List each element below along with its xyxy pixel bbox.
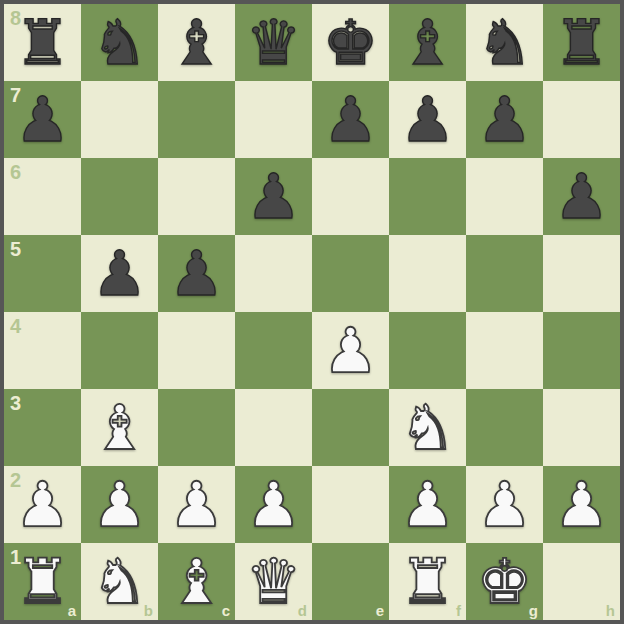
white-pawn-c2[interactable]: ♟: [169, 466, 225, 543]
square-e4[interactable]: ♟: [312, 312, 389, 389]
square-d6[interactable]: ♟: [235, 158, 312, 235]
white-queen-d1[interactable]: ♛: [246, 543, 302, 620]
white-knight-b1[interactable]: ♞: [92, 543, 148, 620]
square-f5[interactable]: [389, 235, 466, 312]
square-c8[interactable]: ♝: [158, 4, 235, 81]
square-e3[interactable]: [312, 389, 389, 466]
square-f4[interactable]: [389, 312, 466, 389]
white-bishop-c1[interactable]: ♝: [169, 543, 225, 620]
black-pawn-a7[interactable]: ♟: [15, 81, 71, 158]
square-a2[interactable]: 2♟: [4, 466, 81, 543]
square-c1[interactable]: c♝: [158, 543, 235, 620]
rank-label-4: 4: [10, 315, 21, 338]
white-pawn-e4[interactable]: ♟: [323, 312, 379, 389]
white-knight-f3[interactable]: ♞: [400, 389, 456, 466]
black-knight-b8[interactable]: ♞: [92, 4, 148, 81]
square-d1[interactable]: d♛: [235, 543, 312, 620]
square-b8[interactable]: ♞: [81, 4, 158, 81]
square-a8[interactable]: 8♜: [4, 4, 81, 81]
square-b2[interactable]: ♟: [81, 466, 158, 543]
square-h1[interactable]: h: [543, 543, 620, 620]
square-e7[interactable]: ♟: [312, 81, 389, 158]
square-c4[interactable]: [158, 312, 235, 389]
square-d7[interactable]: [235, 81, 312, 158]
square-d3[interactable]: [235, 389, 312, 466]
black-pawn-f7[interactable]: ♟: [400, 81, 456, 158]
square-g5[interactable]: [466, 235, 543, 312]
square-a4[interactable]: 4: [4, 312, 81, 389]
square-b3[interactable]: ♝: [81, 389, 158, 466]
square-b4[interactable]: [81, 312, 158, 389]
square-h7[interactable]: [543, 81, 620, 158]
file-label-h: h: [606, 602, 615, 619]
square-g3[interactable]: [466, 389, 543, 466]
square-c7[interactable]: [158, 81, 235, 158]
black-queen-d8[interactable]: ♛: [246, 4, 302, 81]
square-h2[interactable]: ♟: [543, 466, 620, 543]
black-pawn-d6[interactable]: ♟: [246, 158, 302, 235]
rank-label-3: 3: [10, 392, 21, 415]
square-g4[interactable]: [466, 312, 543, 389]
square-c2[interactable]: ♟: [158, 466, 235, 543]
black-pawn-h6[interactable]: ♟: [554, 158, 610, 235]
square-f6[interactable]: [389, 158, 466, 235]
square-a6[interactable]: 6: [4, 158, 81, 235]
square-f8[interactable]: ♝: [389, 4, 466, 81]
square-a1[interactable]: 1a♜: [4, 543, 81, 620]
file-label-e: e: [376, 602, 384, 619]
white-pawn-b2[interactable]: ♟: [92, 466, 148, 543]
white-pawn-h2[interactable]: ♟: [554, 466, 610, 543]
white-king-g1[interactable]: ♚: [477, 543, 533, 620]
square-a5[interactable]: 5: [4, 235, 81, 312]
black-pawn-c5[interactable]: ♟: [169, 235, 225, 312]
black-king-e8[interactable]: ♚: [323, 4, 379, 81]
chess-board-frame: 8♜♞♝♛♚♝♞♜7♟♟♟♟6♟♟5♟♟4♟3♝♞2♟♟♟♟♟♟♟1a♜b♞c♝…: [0, 0, 624, 624]
black-bishop-f8[interactable]: ♝: [400, 4, 456, 81]
square-a7[interactable]: 7♟: [4, 81, 81, 158]
square-e1[interactable]: e: [312, 543, 389, 620]
black-knight-g8[interactable]: ♞: [477, 4, 533, 81]
square-f1[interactable]: f♜: [389, 543, 466, 620]
square-b1[interactable]: b♞: [81, 543, 158, 620]
square-d8[interactable]: ♛: [235, 4, 312, 81]
square-b5[interactable]: ♟: [81, 235, 158, 312]
black-rook-h8[interactable]: ♜: [554, 4, 610, 81]
square-e6[interactable]: [312, 158, 389, 235]
square-g2[interactable]: ♟: [466, 466, 543, 543]
square-g1[interactable]: g♚: [466, 543, 543, 620]
square-h4[interactable]: [543, 312, 620, 389]
chess-board: 8♜♞♝♛♚♝♞♜7♟♟♟♟6♟♟5♟♟4♟3♝♞2♟♟♟♟♟♟♟1a♜b♞c♝…: [4, 4, 620, 620]
square-h5[interactable]: [543, 235, 620, 312]
white-rook-f1[interactable]: ♜: [400, 543, 456, 620]
black-pawn-b5[interactable]: ♟: [92, 235, 148, 312]
white-pawn-g2[interactable]: ♟: [477, 466, 533, 543]
square-b7[interactable]: [81, 81, 158, 158]
white-pawn-f2[interactable]: ♟: [400, 466, 456, 543]
rank-label-6: 6: [10, 161, 21, 184]
square-f2[interactable]: ♟: [389, 466, 466, 543]
white-rook-a1[interactable]: ♜: [15, 543, 71, 620]
square-d4[interactable]: [235, 312, 312, 389]
square-e5[interactable]: [312, 235, 389, 312]
square-h3[interactable]: [543, 389, 620, 466]
square-d2[interactable]: ♟: [235, 466, 312, 543]
square-g7[interactable]: ♟: [466, 81, 543, 158]
square-f7[interactable]: ♟: [389, 81, 466, 158]
square-b6[interactable]: [81, 158, 158, 235]
square-f3[interactable]: ♞: [389, 389, 466, 466]
square-g6[interactable]: [466, 158, 543, 235]
square-e8[interactable]: ♚: [312, 4, 389, 81]
rank-label-5: 5: [10, 238, 21, 261]
square-g8[interactable]: ♞: [466, 4, 543, 81]
black-pawn-e7[interactable]: ♟: [323, 81, 379, 158]
square-c6[interactable]: [158, 158, 235, 235]
white-pawn-a2[interactable]: ♟: [15, 466, 71, 543]
square-e2[interactable]: [312, 466, 389, 543]
black-pawn-g7[interactable]: ♟: [477, 81, 533, 158]
file-label-f: f: [456, 602, 461, 619]
square-a3[interactable]: 3: [4, 389, 81, 466]
white-pawn-d2[interactable]: ♟: [246, 466, 302, 543]
square-d5[interactable]: [235, 235, 312, 312]
square-c5[interactable]: ♟: [158, 235, 235, 312]
white-bishop-b3[interactable]: ♝: [92, 389, 148, 466]
black-bishop-c8[interactable]: ♝: [169, 4, 225, 81]
square-c3[interactable]: [158, 389, 235, 466]
black-rook-a8[interactable]: ♜: [15, 4, 71, 81]
square-h8[interactable]: ♜: [543, 4, 620, 81]
square-h6[interactable]: ♟: [543, 158, 620, 235]
